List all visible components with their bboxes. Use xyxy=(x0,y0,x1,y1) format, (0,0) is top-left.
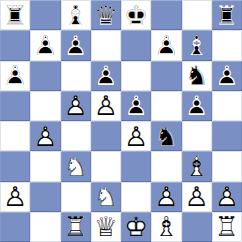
black-queen-fill-glyph: ♛ xyxy=(91,0,121,30)
black-rook-piece[interactable]: ♜♖ xyxy=(0,0,30,30)
square-g1[interactable] xyxy=(182,212,212,242)
white-queen-fill-glyph: ♛ xyxy=(91,212,121,242)
white-pawn-piece[interactable]: ♟♙ xyxy=(0,182,30,212)
black-rook-piece[interactable]: ♜♖ xyxy=(212,0,242,30)
black-pawn-outline-glyph: ♙ xyxy=(61,30,91,60)
black-king-outline-glyph: ♔ xyxy=(121,0,151,30)
square-e3[interactable] xyxy=(121,151,151,181)
square-e5[interactable]: ♟♙ xyxy=(121,91,151,121)
square-f1[interactable]: ♝♗ xyxy=(151,212,181,242)
black-rook-fill-glyph: ♜ xyxy=(0,0,30,30)
black-pawn-outline-glyph: ♙ xyxy=(182,91,212,121)
black-pawn-piece[interactable]: ♟♙ xyxy=(121,91,151,121)
white-queen-outline-glyph: ♕ xyxy=(91,212,121,242)
square-h2[interactable]: ♟♙ xyxy=(212,182,242,212)
square-e8[interactable]: ♚♔ xyxy=(121,0,151,30)
white-bishop-fill-glyph: ♝ xyxy=(151,212,181,242)
square-f2[interactable]: ♟♙ xyxy=(151,182,181,212)
square-f4[interactable]: ♞♘ xyxy=(151,121,181,151)
black-pawn-fill-glyph: ♟ xyxy=(30,30,60,60)
white-pawn-outline-glyph: ♙ xyxy=(61,91,91,121)
white-pawn-outline-glyph: ♙ xyxy=(30,121,60,151)
square-f3[interactable] xyxy=(151,151,181,181)
square-c8[interactable]: ♝♗ xyxy=(61,0,91,30)
square-a1[interactable] xyxy=(0,212,30,242)
white-pawn-outline-glyph: ♙ xyxy=(91,91,121,121)
white-pawn-fill-glyph: ♟ xyxy=(61,91,91,121)
square-d3[interactable] xyxy=(91,151,121,181)
square-g5[interactable]: ♟♙ xyxy=(182,91,212,121)
white-knight-outline-glyph: ♘ xyxy=(91,182,121,212)
black-pawn-outline-glyph: ♙ xyxy=(121,91,151,121)
white-king-outline-glyph: ♔ xyxy=(121,212,151,242)
white-pawn-outline-glyph: ♙ xyxy=(151,182,181,212)
white-pawn-piece[interactable]: ♟♙ xyxy=(30,121,60,151)
white-pawn-fill-glyph: ♟ xyxy=(0,182,30,212)
square-g2[interactable]: ♟♙ xyxy=(182,182,212,212)
square-h4[interactable] xyxy=(212,121,242,151)
white-pawn-piece[interactable]: ♟♙ xyxy=(212,182,242,212)
black-pawn-outline-glyph: ♙ xyxy=(212,61,242,91)
white-pawn-piece[interactable]: ♟♙ xyxy=(91,91,121,121)
square-c1[interactable]: ♜♖ xyxy=(61,212,91,242)
square-g3[interactable]: ♝♗ xyxy=(182,151,212,181)
square-d4[interactable] xyxy=(91,121,121,151)
black-bishop-piece[interactable]: ♝♗ xyxy=(182,30,212,60)
white-rook-piece[interactable]: ♜♖ xyxy=(61,212,91,242)
white-knight-outline-glyph: ♘ xyxy=(61,151,91,181)
black-pawn-fill-glyph: ♟ xyxy=(151,30,181,60)
square-g7[interactable]: ♝♗ xyxy=(182,30,212,60)
square-f8[interactable] xyxy=(151,0,181,30)
square-e6[interactable] xyxy=(121,61,151,91)
black-queen-piece[interactable]: ♛♕ xyxy=(91,0,121,30)
black-pawn-piece[interactable]: ♟♙ xyxy=(30,30,60,60)
black-knight-fill-glyph: ♞ xyxy=(151,121,181,151)
white-bishop-piece[interactable]: ♝♗ xyxy=(182,151,212,181)
white-knight-fill-glyph: ♞ xyxy=(61,151,91,181)
black-pawn-piece[interactable]: ♟♙ xyxy=(91,61,121,91)
black-bishop-fill-glyph: ♝ xyxy=(61,0,91,30)
square-a2[interactable]: ♟♙ xyxy=(0,182,30,212)
black-pawn-fill-glyph: ♟ xyxy=(182,91,212,121)
square-d5[interactable]: ♟♙ xyxy=(91,91,121,121)
chess-board: ♜♖♝♗♛♕♚♔♜♖♟♙♟♙♟♙♝♗♟♙♟♙♞♘♟♙♟♙♟♙♟♙♟♙♟♙♟♙♞♘… xyxy=(0,0,242,242)
square-d2[interactable]: ♞♘ xyxy=(91,182,121,212)
white-bishop-piece[interactable]: ♝♗ xyxy=(151,212,181,242)
white-pawn-piece[interactable]: ♟♙ xyxy=(121,121,151,151)
white-king-fill-glyph: ♚ xyxy=(121,212,151,242)
square-h1[interactable]: ♜♖ xyxy=(212,212,242,242)
black-king-piece[interactable]: ♚♔ xyxy=(121,0,151,30)
black-rook-fill-glyph: ♜ xyxy=(212,0,242,30)
square-e4[interactable]: ♟♙ xyxy=(121,121,151,151)
black-rook-outline-glyph: ♖ xyxy=(0,0,30,30)
black-pawn-piece[interactable]: ♟♙ xyxy=(151,30,181,60)
square-h5[interactable] xyxy=(212,91,242,121)
white-pawn-fill-glyph: ♟ xyxy=(182,182,212,212)
square-c4[interactable] xyxy=(61,121,91,151)
square-e7[interactable] xyxy=(121,30,151,60)
square-d1[interactable]: ♛♕ xyxy=(91,212,121,242)
square-d8[interactable]: ♛♕ xyxy=(91,0,121,30)
square-b2[interactable] xyxy=(30,182,60,212)
black-rook-outline-glyph: ♖ xyxy=(212,0,242,30)
black-queen-outline-glyph: ♕ xyxy=(91,0,121,30)
square-c6[interactable] xyxy=(61,61,91,91)
square-b8[interactable] xyxy=(30,0,60,30)
square-b6[interactable] xyxy=(30,61,60,91)
square-e1[interactable]: ♚♔ xyxy=(121,212,151,242)
black-bishop-piece[interactable]: ♝♗ xyxy=(61,0,91,30)
white-rook-outline-glyph: ♖ xyxy=(61,212,91,242)
black-pawn-fill-glyph: ♟ xyxy=(212,61,242,91)
square-f5[interactable] xyxy=(151,91,181,121)
black-pawn-outline-glyph: ♙ xyxy=(91,61,121,91)
white-knight-piece[interactable]: ♞♘ xyxy=(61,151,91,181)
square-g4[interactable] xyxy=(182,121,212,151)
white-pawn-piece[interactable]: ♟♙ xyxy=(61,91,91,121)
square-g6[interactable]: ♞♘ xyxy=(182,61,212,91)
square-b7[interactable]: ♟♙ xyxy=(30,30,60,60)
square-h8[interactable]: ♜♖ xyxy=(212,0,242,30)
black-bishop-fill-glyph: ♝ xyxy=(182,30,212,60)
square-b4[interactable]: ♟♙ xyxy=(30,121,60,151)
black-bishop-outline-glyph: ♗ xyxy=(61,0,91,30)
white-pawn-outline-glyph: ♙ xyxy=(121,121,151,151)
square-c2[interactable] xyxy=(61,182,91,212)
black-pawn-outline-glyph: ♙ xyxy=(0,61,30,91)
white-knight-fill-glyph: ♞ xyxy=(91,182,121,212)
black-pawn-piece[interactable]: ♟♙ xyxy=(61,30,91,60)
black-pawn-fill-glyph: ♟ xyxy=(0,61,30,91)
black-pawn-piece[interactable]: ♟♙ xyxy=(0,61,30,91)
black-bishop-outline-glyph: ♗ xyxy=(182,30,212,60)
square-h3[interactable] xyxy=(212,151,242,181)
black-pawn-outline-glyph: ♙ xyxy=(30,30,60,60)
black-knight-outline-glyph: ♘ xyxy=(151,121,181,151)
square-a3[interactable] xyxy=(0,151,30,181)
black-knight-outline-glyph: ♘ xyxy=(182,61,212,91)
white-rook-outline-glyph: ♖ xyxy=(212,212,242,242)
white-king-piece[interactable]: ♚♔ xyxy=(121,212,151,242)
white-pawn-fill-glyph: ♟ xyxy=(151,182,181,212)
square-d7[interactable] xyxy=(91,30,121,60)
square-c7[interactable]: ♟♙ xyxy=(61,30,91,60)
square-a6[interactable]: ♟♙ xyxy=(0,61,30,91)
square-f6[interactable] xyxy=(151,61,181,91)
square-b5[interactable] xyxy=(30,91,60,121)
white-bishop-outline-glyph: ♗ xyxy=(182,151,212,181)
square-f7[interactable]: ♟♙ xyxy=(151,30,181,60)
white-queen-piece[interactable]: ♛♕ xyxy=(91,212,121,242)
white-knight-piece[interactable]: ♞♘ xyxy=(91,182,121,212)
square-b3[interactable] xyxy=(30,151,60,181)
white-rook-piece[interactable]: ♜♖ xyxy=(212,212,242,242)
black-pawn-piece[interactable]: ♟♙ xyxy=(212,61,242,91)
white-pawn-fill-glyph: ♟ xyxy=(91,91,121,121)
square-d6[interactable]: ♟♙ xyxy=(91,61,121,91)
black-pawn-piece[interactable]: ♟♙ xyxy=(182,91,212,121)
black-knight-fill-glyph: ♞ xyxy=(182,61,212,91)
white-pawn-outline-glyph: ♙ xyxy=(0,182,30,212)
white-pawn-piece[interactable]: ♟♙ xyxy=(151,182,181,212)
white-pawn-piece[interactable]: ♟♙ xyxy=(182,182,212,212)
square-c5[interactable]: ♟♙ xyxy=(61,91,91,121)
black-pawn-fill-glyph: ♟ xyxy=(91,61,121,91)
square-c3[interactable]: ♞♘ xyxy=(61,151,91,181)
square-h6[interactable]: ♟♙ xyxy=(212,61,242,91)
black-knight-piece[interactable]: ♞♘ xyxy=(151,121,181,151)
square-a7[interactable] xyxy=(0,30,30,60)
white-bishop-fill-glyph: ♝ xyxy=(182,151,212,181)
square-b1[interactable] xyxy=(30,212,60,242)
white-pawn-outline-glyph: ♙ xyxy=(182,182,212,212)
white-pawn-fill-glyph: ♟ xyxy=(121,121,151,151)
white-bishop-outline-glyph: ♗ xyxy=(151,212,181,242)
white-rook-fill-glyph: ♜ xyxy=(61,212,91,242)
black-knight-piece[interactable]: ♞♘ xyxy=(182,61,212,91)
square-a8[interactable]: ♜♖ xyxy=(0,0,30,30)
white-rook-fill-glyph: ♜ xyxy=(212,212,242,242)
black-pawn-fill-glyph: ♟ xyxy=(121,91,151,121)
square-h7[interactable] xyxy=(212,30,242,60)
white-pawn-outline-glyph: ♙ xyxy=(212,182,242,212)
square-g8[interactable] xyxy=(182,0,212,30)
square-e2[interactable] xyxy=(121,182,151,212)
black-king-fill-glyph: ♚ xyxy=(121,0,151,30)
black-pawn-fill-glyph: ♟ xyxy=(61,30,91,60)
square-a5[interactable] xyxy=(0,91,30,121)
square-a4[interactable] xyxy=(0,121,30,151)
white-pawn-fill-glyph: ♟ xyxy=(30,121,60,151)
black-pawn-outline-glyph: ♙ xyxy=(151,30,181,60)
white-pawn-fill-glyph: ♟ xyxy=(212,182,242,212)
